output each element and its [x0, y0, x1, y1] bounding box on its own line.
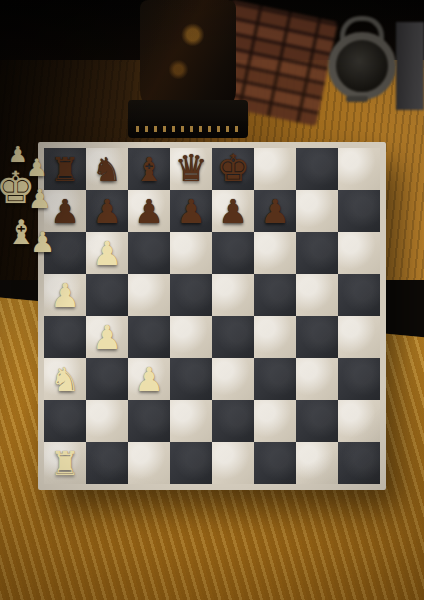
square-f7[interactable]: ♟	[254, 190, 296, 232]
black-queen[interactable]: ♛	[170, 148, 212, 190]
square-d7[interactable]: ♟	[170, 190, 212, 232]
square-c4[interactable]	[128, 316, 170, 358]
square-d6[interactable]	[170, 232, 212, 274]
off-board-white-pieces: ♟♟♚♟♝♟	[0, 140, 52, 290]
square-c3[interactable]: ♟	[128, 358, 170, 400]
white-pawn[interactable]: ♟	[128, 358, 170, 400]
square-h8[interactable]	[338, 148, 380, 190]
square-g2[interactable]	[296, 400, 338, 442]
square-d8[interactable]: ♛	[170, 148, 212, 190]
square-f3[interactable]	[254, 358, 296, 400]
square-e6[interactable]	[212, 232, 254, 274]
square-f4[interactable]	[254, 316, 296, 358]
square-g3[interactable]	[296, 358, 338, 400]
square-b8[interactable]: ♞	[86, 148, 128, 190]
square-d4[interactable]	[170, 316, 212, 358]
board-grid: ♜♞♝♛♚♟♟♟♟♟♟♟♟♟♞♟♜	[44, 148, 380, 484]
square-c7[interactable]: ♟	[128, 190, 170, 232]
square-c6[interactable]	[128, 232, 170, 274]
white-rook[interactable]: ♜	[44, 442, 86, 484]
square-d5[interactable]	[170, 274, 212, 316]
square-g8[interactable]	[296, 148, 338, 190]
alarm-clock-icon	[322, 14, 400, 102]
square-g7[interactable]	[296, 190, 338, 232]
square-f1[interactable]	[254, 442, 296, 484]
white-pawn[interactable]: ♟	[86, 232, 128, 274]
off-board-white-pawn[interactable]: ♟	[28, 184, 51, 214]
square-b2[interactable]	[86, 400, 128, 442]
square-h1[interactable]	[338, 442, 380, 484]
off-board-white-pawn[interactable]: ♟	[30, 226, 55, 259]
square-e2[interactable]	[212, 400, 254, 442]
square-g5[interactable]	[296, 274, 338, 316]
square-f5[interactable]	[254, 274, 296, 316]
square-f8[interactable]	[254, 148, 296, 190]
square-a4[interactable]	[44, 316, 86, 358]
square-b1[interactable]	[86, 442, 128, 484]
black-pawn[interactable]: ♟	[128, 190, 170, 232]
square-b3[interactable]	[86, 358, 128, 400]
square-d3[interactable]	[170, 358, 212, 400]
square-h6[interactable]	[338, 232, 380, 274]
wall-corner	[396, 22, 424, 110]
square-h4[interactable]	[338, 316, 380, 358]
square-g1[interactable]	[296, 442, 338, 484]
stein-stand	[128, 100, 248, 138]
square-c1[interactable]	[128, 442, 170, 484]
square-d1[interactable]	[170, 442, 212, 484]
square-e3[interactable]	[212, 358, 254, 400]
square-a2[interactable]	[44, 400, 86, 442]
square-b7[interactable]: ♟	[86, 190, 128, 232]
square-g6[interactable]	[296, 232, 338, 274]
black-bishop[interactable]: ♝	[128, 148, 170, 190]
black-pawn[interactable]: ♟	[212, 190, 254, 232]
black-knight[interactable]: ♞	[86, 148, 128, 190]
clock-leg	[346, 96, 368, 102]
black-pawn[interactable]: ♟	[170, 190, 212, 232]
square-f6[interactable]	[254, 232, 296, 274]
square-f2[interactable]	[254, 400, 296, 442]
square-e1[interactable]	[212, 442, 254, 484]
black-pawn[interactable]: ♟	[86, 190, 128, 232]
square-h5[interactable]	[338, 274, 380, 316]
square-b4[interactable]: ♟	[86, 316, 128, 358]
square-e8[interactable]: ♚	[212, 148, 254, 190]
square-h7[interactable]	[338, 190, 380, 232]
square-a1[interactable]: ♜	[44, 442, 86, 484]
square-d2[interactable]	[170, 400, 212, 442]
white-knight[interactable]: ♞	[44, 358, 86, 400]
stand-studs	[136, 126, 240, 132]
black-king[interactable]: ♚	[212, 148, 254, 190]
square-b6[interactable]: ♟	[86, 232, 128, 274]
clock-face	[328, 32, 396, 100]
square-c8[interactable]: ♝	[128, 148, 170, 190]
white-pawn[interactable]: ♟	[86, 316, 128, 358]
square-b5[interactable]	[86, 274, 128, 316]
square-h3[interactable]	[338, 358, 380, 400]
square-e4[interactable]	[212, 316, 254, 358]
square-c2[interactable]	[128, 400, 170, 442]
square-e7[interactable]: ♟	[212, 190, 254, 232]
square-a3[interactable]: ♞	[44, 358, 86, 400]
black-pawn[interactable]: ♟	[254, 190, 296, 232]
square-g4[interactable]	[296, 316, 338, 358]
square-e5[interactable]	[212, 274, 254, 316]
beer-stein	[140, 0, 236, 116]
chess-board: ♜♞♝♛♚♟♟♟♟♟♟♟♟♟♞♟♜	[38, 142, 386, 490]
square-c5[interactable]	[128, 274, 170, 316]
square-h2[interactable]	[338, 400, 380, 442]
